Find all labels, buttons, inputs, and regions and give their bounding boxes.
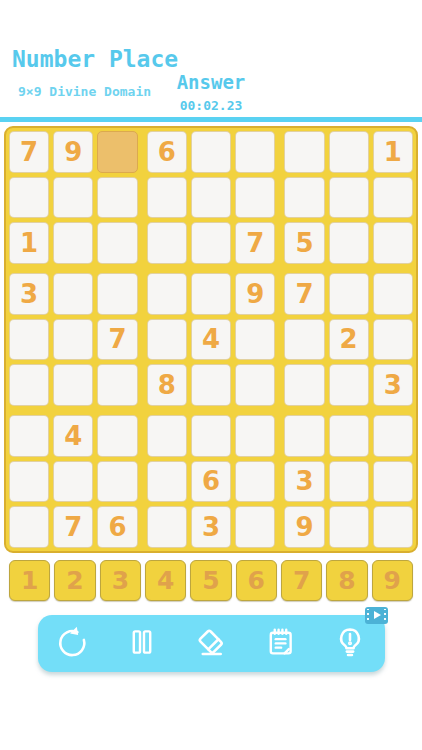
numpad-key-9[interactable]: 9	[372, 560, 413, 601]
pause-icon	[125, 625, 159, 662]
cell-r2c8[interactable]	[329, 177, 369, 219]
board: 7916715379487234766339	[4, 126, 418, 553]
cell-r9c4[interactable]	[147, 506, 187, 548]
box-1: 791	[9, 131, 138, 264]
cell-r2c3[interactable]	[97, 177, 137, 219]
cell-r6c9[interactable]: 3	[373, 364, 413, 406]
cell-r2c6[interactable]	[235, 177, 275, 219]
pause-button[interactable]	[118, 620, 166, 668]
cell-r3c3[interactable]	[97, 222, 137, 264]
header-divider	[0, 117, 422, 122]
cell-r6c7[interactable]	[284, 364, 324, 406]
cell-r4c1[interactable]: 3	[9, 273, 49, 315]
cell-r6c2[interactable]	[53, 364, 93, 406]
cell-r7c8[interactable]	[329, 415, 369, 457]
cell-r1c2[interactable]: 9	[53, 131, 93, 173]
cell-r8c1[interactable]	[9, 461, 49, 503]
cell-r9c7[interactable]: 9	[284, 506, 324, 548]
numpad-key-5[interactable]: 5	[190, 560, 231, 601]
cell-r2c4[interactable]	[147, 177, 187, 219]
cell-r9c8[interactable]	[329, 506, 369, 548]
mode-timer-block: Answer 00:02.23	[177, 73, 246, 112]
cell-r3c7[interactable]: 5	[284, 222, 324, 264]
cell-r6c1[interactable]	[9, 364, 49, 406]
box-2: 67	[147, 131, 276, 264]
cell-r3c2[interactable]	[53, 222, 93, 264]
cell-r1c3[interactable]	[97, 131, 137, 173]
cell-r6c6[interactable]	[235, 364, 275, 406]
cell-r1c5[interactable]	[191, 131, 231, 173]
cell-r7c2[interactable]: 4	[53, 415, 93, 457]
cell-r7c4[interactable]	[147, 415, 187, 457]
cell-r5c7[interactable]	[284, 319, 324, 361]
numpad: 123456789	[9, 560, 413, 601]
cell-r8c6[interactable]	[235, 461, 275, 503]
cell-r3c4[interactable]	[147, 222, 187, 264]
cell-r5c1[interactable]	[9, 319, 49, 361]
cell-r2c9[interactable]	[373, 177, 413, 219]
hint-button[interactable]	[326, 620, 374, 668]
numpad-key-7[interactable]: 7	[281, 560, 322, 601]
box-4: 37	[9, 273, 138, 406]
cell-r4c7[interactable]: 7	[284, 273, 324, 315]
toolbar	[38, 615, 385, 672]
cell-r8c4[interactable]	[147, 461, 187, 503]
numpad-key-1[interactable]: 1	[9, 560, 50, 601]
cell-r4c6[interactable]: 9	[235, 273, 275, 315]
cell-r8c5[interactable]: 6	[191, 461, 231, 503]
cell-r9c3[interactable]: 6	[97, 506, 137, 548]
box-5: 948	[147, 273, 276, 406]
cell-r8c8[interactable]	[329, 461, 369, 503]
cell-r8c2[interactable]	[53, 461, 93, 503]
cell-r7c5[interactable]	[191, 415, 231, 457]
cell-r2c1[interactable]	[9, 177, 49, 219]
restart-icon	[54, 624, 90, 663]
timer: 00:02.23	[177, 99, 246, 112]
play-icon	[374, 611, 381, 619]
cell-r5c5[interactable]: 4	[191, 319, 231, 361]
cell-r9c6[interactable]	[235, 506, 275, 548]
cell-r7c1[interactable]	[9, 415, 49, 457]
cell-r1c4[interactable]: 6	[147, 131, 187, 173]
box-7: 476	[9, 415, 138, 548]
box-9: 39	[284, 415, 413, 548]
cell-r1c7[interactable]	[284, 131, 324, 173]
cell-r5c8[interactable]: 2	[329, 319, 369, 361]
app-title: Number Place	[12, 46, 178, 72]
cell-r8c3[interactable]	[97, 461, 137, 503]
cell-r5c2[interactable]	[53, 319, 93, 361]
eraser-button[interactable]	[187, 620, 235, 668]
cell-r3c8[interactable]	[329, 222, 369, 264]
restart-button[interactable]	[48, 620, 96, 668]
cell-r4c8[interactable]	[329, 273, 369, 315]
cell-r8c9[interactable]	[373, 461, 413, 503]
numpad-key-3[interactable]: 3	[100, 560, 141, 601]
cell-r4c2[interactable]	[53, 273, 93, 315]
cell-r9c5[interactable]: 3	[191, 506, 231, 548]
cell-r4c3[interactable]	[97, 273, 137, 315]
cell-r3c6[interactable]: 7	[235, 222, 275, 264]
mode-label: Answer	[177, 73, 246, 92]
cell-r9c1[interactable]	[9, 506, 49, 548]
notes-icon	[263, 625, 297, 662]
cell-r3c1[interactable]: 1	[9, 222, 49, 264]
cell-r7c7[interactable]	[284, 415, 324, 457]
cell-r6c4[interactable]: 8	[147, 364, 187, 406]
box-3: 15	[284, 131, 413, 264]
cell-r2c7[interactable]	[284, 177, 324, 219]
notes-button[interactable]	[256, 620, 304, 668]
cell-r7c9[interactable]	[373, 415, 413, 457]
numpad-key-8[interactable]: 8	[326, 560, 367, 601]
video-ad-badge	[365, 607, 388, 624]
header: Number Place 9×9 Divine Domain Answer 00…	[0, 0, 422, 117]
cell-r4c9[interactable]	[373, 273, 413, 315]
numpad-key-4[interactable]: 4	[145, 560, 186, 601]
cell-r3c5[interactable]	[191, 222, 231, 264]
cell-r8c7[interactable]: 3	[284, 461, 324, 503]
cell-r1c8[interactable]	[329, 131, 369, 173]
cell-r4c5[interactable]	[191, 273, 231, 315]
cell-r4c4[interactable]	[147, 273, 187, 315]
cell-r5c9[interactable]	[373, 319, 413, 361]
cell-r1c9[interactable]: 1	[373, 131, 413, 173]
cell-r9c2[interactable]: 7	[53, 506, 93, 548]
box-6: 723	[284, 273, 413, 406]
cell-r3c9[interactable]	[373, 222, 413, 264]
cell-r2c2[interactable]	[53, 177, 93, 219]
cell-r5c6[interactable]	[235, 319, 275, 361]
cell-r6c8[interactable]	[329, 364, 369, 406]
cell-r6c5[interactable]	[191, 364, 231, 406]
eraser-icon	[193, 624, 229, 663]
cell-r2c5[interactable]	[191, 177, 231, 219]
cell-r7c6[interactable]	[235, 415, 275, 457]
cell-r5c4[interactable]	[147, 319, 187, 361]
cell-r1c6[interactable]	[235, 131, 275, 173]
cell-r6c3[interactable]	[97, 364, 137, 406]
cell-r1c1[interactable]: 7	[9, 131, 49, 173]
numpad-key-2[interactable]: 2	[54, 560, 95, 601]
hint-icon	[332, 624, 368, 663]
cell-r5c3[interactable]: 7	[97, 319, 137, 361]
box-8: 63	[147, 415, 276, 548]
numpad-key-6[interactable]: 6	[236, 560, 277, 601]
difficulty-label: 9×9 Divine Domain	[18, 84, 151, 99]
cell-r9c9[interactable]	[373, 506, 413, 548]
cell-r7c3[interactable]	[97, 415, 137, 457]
